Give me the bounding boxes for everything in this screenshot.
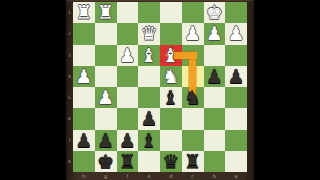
square-h8[interactable]: [73, 151, 95, 172]
rank-label-4: 4: [66, 66, 73, 87]
square-d1[interactable]: [160, 2, 182, 23]
square-h4[interactable]: ♟: [73, 66, 95, 87]
square-c2[interactable]: ♟: [182, 23, 204, 44]
video-frame: ♜♜♚♛♟♟♟♟♝♝♟♞♟♟♟♝♞♟♟♟♟♝♚♜♛♜ 12345678 hgfe…: [0, 0, 320, 180]
square-d6[interactable]: [160, 108, 182, 129]
square-f2[interactable]: [117, 23, 139, 44]
square-b2[interactable]: ♟: [204, 23, 226, 44]
square-d4[interactable]: ♞: [160, 66, 182, 87]
square-d7[interactable]: [160, 130, 182, 151]
piece-white-pawn-h4[interactable]: ♟: [73, 66, 95, 87]
piece-white-pawn-g5[interactable]: ♟: [95, 87, 117, 108]
file-label-a: a: [225, 172, 247, 180]
square-c6[interactable]: [182, 108, 204, 129]
board-frame: ♜♜♚♛♟♟♟♟♝♝♟♞♟♟♟♝♞♟♟♟♟♝♚♜♛♜ 12345678 hgfe…: [66, 0, 254, 180]
square-c8[interactable]: ♜: [182, 151, 204, 172]
square-c1[interactable]: [182, 2, 204, 23]
square-h1[interactable]: ♜: [73, 2, 95, 23]
rank-label-6: 6: [66, 108, 73, 129]
square-c7[interactable]: [182, 130, 204, 151]
rank-label-5: 5: [66, 87, 73, 108]
file-label-h: h: [73, 172, 95, 180]
square-d3[interactable]: ♝: [160, 45, 182, 66]
square-f7[interactable]: ♟: [117, 130, 139, 151]
rank-label-7: 7: [66, 130, 73, 151]
square-a2[interactable]: ♟: [225, 23, 247, 44]
file-label-g: g: [95, 172, 117, 180]
square-g7[interactable]: ♟: [95, 130, 117, 151]
square-f5[interactable]: [117, 87, 139, 108]
rank-label-3: 3: [66, 45, 73, 66]
piece-black-pawn-a4[interactable]: ♟: [225, 66, 247, 87]
piece-black-pawn-g7[interactable]: ♟: [95, 130, 117, 151]
rank-label-2: 2: [66, 23, 73, 44]
piece-white-knight-d4[interactable]: ♞: [160, 66, 182, 87]
rank-label-1: 1: [66, 2, 73, 23]
square-d8[interactable]: ♛: [160, 151, 182, 172]
piece-white-rook-h1[interactable]: ♜: [73, 2, 95, 23]
piece-black-pawn-f7[interactable]: ♟: [117, 130, 139, 151]
square-d5[interactable]: ♝: [160, 87, 182, 108]
piece-black-pawn-h7[interactable]: ♟: [73, 130, 95, 151]
rank-label-8: 8: [66, 151, 73, 172]
square-g2[interactable]: [95, 23, 117, 44]
square-h7[interactable]: ♟: [73, 130, 95, 151]
piece-white-pawn-c2[interactable]: ♟: [182, 23, 204, 44]
square-h6[interactable]: [73, 108, 95, 129]
piece-black-queen-d8[interactable]: ♛: [160, 151, 182, 172]
square-g3[interactable]: [95, 45, 117, 66]
piece-white-king-b1[interactable]: ♚: [204, 2, 226, 23]
file-label-b: b: [204, 172, 226, 180]
square-g8[interactable]: ♚: [95, 151, 117, 172]
piece-black-knight-c5[interactable]: ♞: [182, 87, 204, 108]
piece-black-pawn-e6[interactable]: ♟: [138, 108, 160, 129]
square-f4[interactable]: [117, 66, 139, 87]
square-b8[interactable]: [204, 151, 226, 172]
square-c5[interactable]: ♞: [182, 87, 204, 108]
square-f3[interactable]: ♟: [117, 45, 139, 66]
square-a3[interactable]: [225, 45, 247, 66]
square-b1[interactable]: ♚: [204, 2, 226, 23]
square-e4[interactable]: [138, 66, 160, 87]
chess-board[interactable]: ♜♜♚♛♟♟♟♟♝♝♟♞♟♟♟♝♞♟♟♟♟♝♚♜♛♜: [73, 2, 247, 172]
square-e6[interactable]: ♟: [138, 108, 160, 129]
file-label-f: f: [117, 172, 139, 180]
square-h5[interactable]: [73, 87, 95, 108]
piece-white-pawn-b2[interactable]: ♟: [204, 23, 226, 44]
piece-white-pawn-f3[interactable]: ♟: [117, 45, 139, 66]
square-a5[interactable]: [225, 87, 247, 108]
square-e1[interactable]: [138, 2, 160, 23]
piece-white-queen-e2[interactable]: ♛: [138, 23, 160, 44]
square-g6[interactable]: [95, 108, 117, 129]
piece-white-bishop-d3[interactable]: ♝: [160, 45, 182, 66]
piece-white-bishop-e3[interactable]: ♝: [138, 45, 160, 66]
piece-black-rook-f8[interactable]: ♜: [117, 151, 139, 172]
square-a6[interactable]: [225, 108, 247, 129]
square-b4[interactable]: ♟: [204, 66, 226, 87]
square-b3[interactable]: [204, 45, 226, 66]
piece-black-king-g8[interactable]: ♚: [95, 151, 117, 172]
file-label-e: e: [138, 172, 160, 180]
piece-white-rook-g1[interactable]: ♜: [95, 2, 117, 23]
piece-black-rook-c8[interactable]: ♜: [182, 151, 204, 172]
square-g4[interactable]: [95, 66, 117, 87]
square-f6[interactable]: [117, 108, 139, 129]
file-label-c: c: [182, 172, 204, 180]
square-a8[interactable]: [225, 151, 247, 172]
square-e7[interactable]: ♝: [138, 130, 160, 151]
square-b6[interactable]: [204, 108, 226, 129]
square-a1[interactable]: [225, 2, 247, 23]
square-g5[interactable]: ♟: [95, 87, 117, 108]
square-g1[interactable]: ♜: [95, 2, 117, 23]
square-e8[interactable]: [138, 151, 160, 172]
piece-black-pawn-b4[interactable]: ♟: [204, 66, 226, 87]
square-h3[interactable]: [73, 45, 95, 66]
piece-white-pawn-a2[interactable]: ♟: [225, 23, 247, 44]
piece-black-bishop-e7[interactable]: ♝: [138, 130, 160, 151]
square-f8[interactable]: ♜: [117, 151, 139, 172]
square-a4[interactable]: ♟: [225, 66, 247, 87]
square-e2[interactable]: ♛: [138, 23, 160, 44]
square-e3[interactable]: ♝: [138, 45, 160, 66]
piece-black-bishop-d5[interactable]: ♝: [160, 87, 182, 108]
square-b5[interactable]: [204, 87, 226, 108]
file-label-d: d: [160, 172, 182, 180]
square-e5[interactable]: [138, 87, 160, 108]
square-h2[interactable]: [73, 23, 95, 44]
square-b7[interactable]: [204, 130, 226, 151]
square-f1[interactable]: [117, 2, 139, 23]
square-d2[interactable]: [160, 23, 182, 44]
square-a7[interactable]: [225, 130, 247, 151]
